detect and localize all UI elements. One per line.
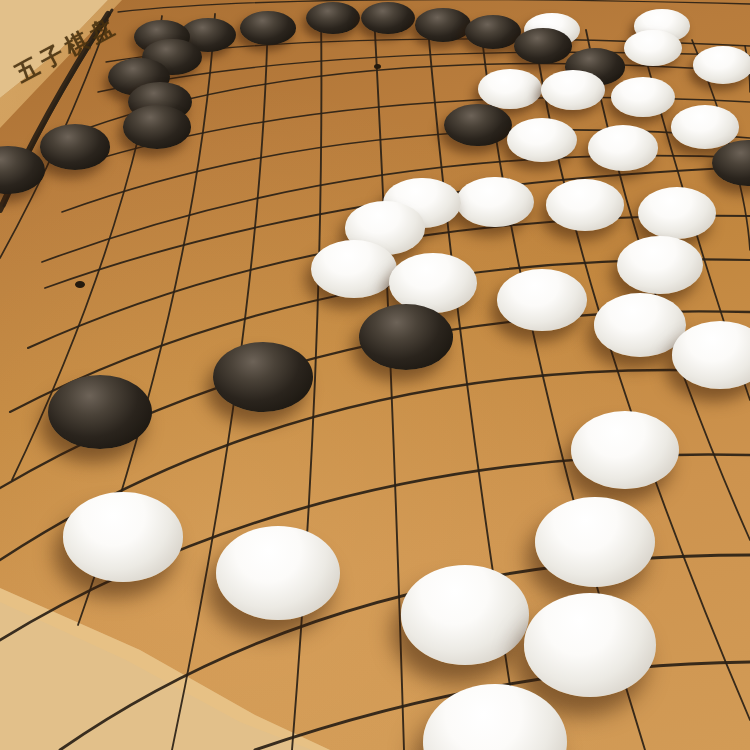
white-stone [524,593,657,697]
black-stone [40,124,110,169]
black-stone [444,104,512,147]
star-point [374,64,381,69]
black-stone [213,342,312,412]
black-stone [359,304,453,369]
white-stone [588,125,659,170]
white-stone [546,179,624,230]
white-stone [571,411,679,490]
white-stone [456,177,533,228]
white-stone [507,118,577,162]
black-stone [240,11,296,45]
white-stone [671,105,739,148]
white-stone [638,187,717,239]
white-stone [611,77,675,117]
black-stone [415,8,470,41]
white-stone [624,30,682,66]
white-stone [535,497,655,587]
black-stone [361,2,415,35]
white-stone [693,46,750,83]
white-stone [497,269,587,330]
white-stone [541,70,604,110]
black-stone [306,2,360,35]
black-stone [514,28,572,63]
black-stone [465,15,521,49]
gomoku-photo: 五子棋盘 [0,0,750,750]
star-point [75,281,85,288]
white-stone [401,565,530,665]
black-stone [48,375,152,449]
white-stone [311,240,397,298]
black-stone [123,105,191,148]
white-stone [617,236,702,293]
white-stone [63,492,182,581]
white-stone [216,526,340,620]
white-stone [478,69,541,108]
